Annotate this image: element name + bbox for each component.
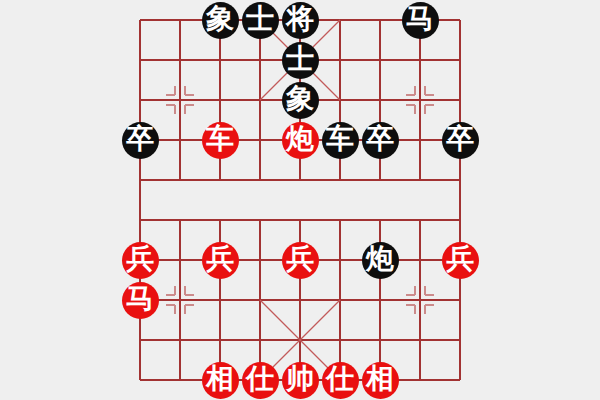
piece-red-chariot[interactable]: 车: [202, 122, 239, 159]
piece-black-horse[interactable]: 马: [402, 2, 439, 39]
piece-black-advisor[interactable]: 士: [282, 42, 319, 79]
piece-glyph: 仕: [326, 365, 354, 393]
piece-glyph: 兵: [446, 245, 474, 273]
piece-red-cannon[interactable]: 炮: [282, 122, 319, 159]
piece-glyph: 帅: [286, 365, 314, 393]
piece-glyph: 卒: [366, 125, 394, 153]
piece-glyph: 马: [406, 5, 434, 33]
piece-glyph: 兵: [286, 245, 314, 273]
piece-black-soldier[interactable]: 卒: [442, 122, 479, 159]
piece-red-elephant[interactable]: 相: [362, 362, 399, 399]
piece-black-chariot[interactable]: 车: [322, 122, 359, 159]
piece-glyph: 仕: [246, 365, 274, 393]
piece-black-soldier[interactable]: 卒: [122, 122, 159, 159]
piece-black-general[interactable]: 将: [282, 2, 319, 39]
piece-glyph: 将: [286, 5, 314, 33]
piece-black-elephant[interactable]: 象: [202, 2, 239, 39]
piece-glyph: 相: [366, 365, 394, 393]
piece-red-soldier[interactable]: 兵: [202, 242, 239, 279]
piece-glyph: 士: [286, 45, 314, 73]
piece-glyph: 相: [206, 365, 234, 393]
piece-glyph: 车: [206, 125, 234, 153]
piece-glyph: 马: [126, 285, 154, 313]
piece-black-cannon[interactable]: 炮: [362, 242, 399, 279]
piece-red-general[interactable]: 帅: [282, 362, 319, 399]
piece-glyph: 卒: [446, 125, 474, 153]
piece-black-soldier[interactable]: 卒: [362, 122, 399, 159]
piece-glyph: 炮: [366, 245, 394, 273]
piece-glyph: 士: [246, 5, 274, 33]
piece-red-soldier[interactable]: 兵: [442, 242, 479, 279]
piece-layer[interactable]: 象士将马士象卒车炮车卒卒兵兵兵炮兵马相仕帅仕相: [120, 0, 480, 400]
piece-black-advisor[interactable]: 士: [242, 2, 279, 39]
piece-red-elephant[interactable]: 相: [202, 362, 239, 399]
piece-glyph: 象: [206, 5, 234, 33]
piece-red-horse[interactable]: 马: [122, 282, 159, 319]
piece-glyph: 炮: [286, 125, 314, 153]
piece-red-soldier[interactable]: 兵: [282, 242, 319, 279]
piece-glyph: 兵: [206, 245, 234, 273]
xiangqi-board[interactable]: 象士将马士象卒车炮车卒卒兵兵兵炮兵马相仕帅仕相: [0, 0, 600, 400]
piece-red-advisor[interactable]: 仕: [242, 362, 279, 399]
piece-glyph: 卒: [126, 125, 154, 153]
piece-red-soldier[interactable]: 兵: [122, 242, 159, 279]
piece-glyph: 车: [326, 125, 354, 153]
piece-red-advisor[interactable]: 仕: [322, 362, 359, 399]
piece-glyph: 兵: [126, 245, 154, 273]
piece-glyph: 象: [286, 85, 314, 113]
piece-black-elephant[interactable]: 象: [282, 82, 319, 119]
